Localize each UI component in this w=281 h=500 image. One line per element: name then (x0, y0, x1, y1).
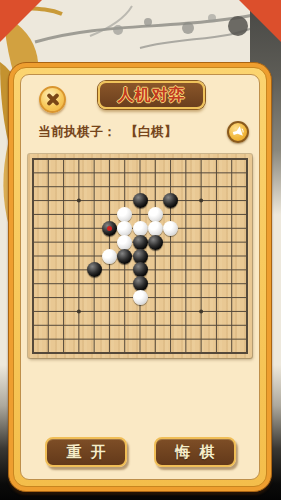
star-point (199, 199, 203, 203)
stone-white (148, 207, 163, 222)
turn-status-value: 【白棋】 (125, 123, 177, 141)
stone-white (102, 249, 117, 264)
stone-black (117, 249, 132, 264)
undo-button-label: 悔棋 (176, 443, 224, 462)
stone-black (133, 193, 148, 208)
gomoku-board[interactable] (28, 154, 252, 358)
stone-white (148, 221, 163, 236)
stone-white (117, 235, 132, 250)
stone-white (117, 221, 132, 236)
title-plaque: 人机对弈 (98, 81, 205, 109)
stone-black (133, 249, 148, 264)
stone-white (163, 221, 178, 236)
turn-status-label: 当前执棋子： (38, 123, 116, 141)
turn-status: 当前执棋子： 【白棋】 (38, 122, 177, 142)
restart-button-label: 重开 (67, 443, 115, 462)
undo-button[interactable]: 悔棋 (154, 437, 236, 467)
megaphone-icon (230, 124, 245, 139)
stone-black (102, 221, 117, 236)
stone-black (148, 235, 163, 250)
stone-white (133, 290, 148, 305)
stone-black (133, 276, 148, 291)
page-title: 人机对弈 (118, 85, 186, 106)
star-point (77, 309, 81, 313)
stone-white (133, 221, 148, 236)
close-button[interactable] (39, 86, 66, 113)
stone-black (133, 235, 148, 250)
stone-black (87, 262, 102, 277)
sound-button[interactable] (227, 121, 249, 143)
close-icon (45, 92, 60, 107)
game-panel: 人机对弈 当前执棋子： 【白棋】 重开 悔棋 (8, 62, 272, 492)
restart-button[interactable]: 重开 (45, 437, 127, 467)
star-point (199, 309, 203, 313)
star-point (77, 199, 81, 203)
last-move-marker (107, 226, 112, 231)
stone-black (133, 262, 148, 277)
